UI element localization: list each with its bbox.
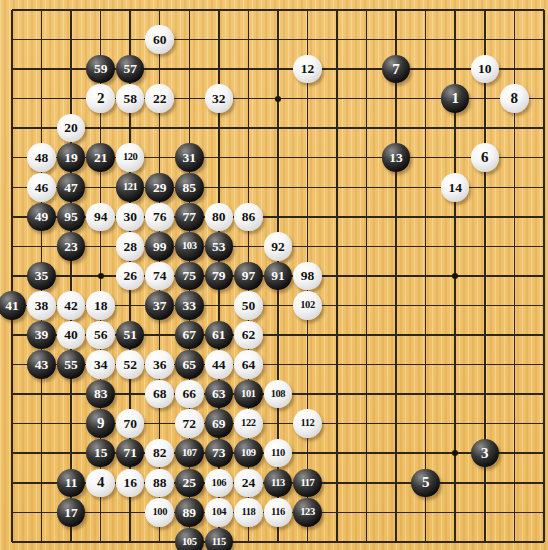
- intersection[interactable]: [529, 350, 548, 380]
- intersection[interactable]: [411, 202, 441, 232]
- intersection[interactable]: [322, 498, 352, 528]
- intersection[interactable]: [411, 0, 441, 25]
- intersection[interactable]: [56, 409, 86, 439]
- intersection[interactable]: [145, 0, 175, 25]
- intersection[interactable]: [322, 261, 352, 291]
- intersection[interactable]: [263, 143, 293, 173]
- intersection[interactable]: [440, 291, 470, 321]
- intersection[interactable]: 97: [234, 261, 264, 291]
- stone-black-71[interactable]: 71: [116, 439, 145, 468]
- stone-black-61[interactable]: 61: [205, 321, 234, 350]
- intersection[interactable]: 66: [175, 379, 205, 409]
- intersection[interactable]: [500, 202, 530, 232]
- intersection[interactable]: [263, 320, 293, 350]
- intersection[interactable]: 13: [381, 143, 411, 173]
- intersection[interactable]: [204, 113, 234, 143]
- stone-white-118[interactable]: 118: [234, 498, 263, 527]
- intersection[interactable]: [293, 202, 323, 232]
- intersection[interactable]: 109: [234, 438, 264, 468]
- stone-white-28[interactable]: 28: [116, 232, 145, 261]
- stone-black-73[interactable]: 73: [205, 439, 234, 468]
- intersection[interactable]: 100: [145, 498, 175, 528]
- intersection[interactable]: [322, 113, 352, 143]
- stone-black-1[interactable]: 1: [441, 84, 470, 113]
- intersection[interactable]: [27, 54, 57, 84]
- intersection[interactable]: [0, 350, 27, 380]
- intersection[interactable]: [27, 232, 57, 262]
- intersection[interactable]: 12: [293, 54, 323, 84]
- intersection[interactable]: [470, 468, 500, 498]
- intersection[interactable]: 42: [56, 291, 86, 321]
- stone-white-80[interactable]: 80: [205, 203, 234, 232]
- intersection[interactable]: [381, 232, 411, 262]
- intersection[interactable]: [27, 0, 57, 25]
- intersection[interactable]: [529, 438, 548, 468]
- stone-white-64[interactable]: 64: [234, 350, 263, 379]
- stone-white-42[interactable]: 42: [57, 291, 86, 320]
- intersection[interactable]: [27, 84, 57, 114]
- stone-white-68[interactable]: 68: [145, 380, 174, 409]
- intersection[interactable]: [322, 84, 352, 114]
- intersection[interactable]: 8: [500, 84, 530, 114]
- intersection[interactable]: 6: [470, 143, 500, 173]
- intersection[interactable]: [352, 527, 382, 550]
- intersection[interactable]: [0, 84, 27, 114]
- intersection[interactable]: [529, 379, 548, 409]
- intersection[interactable]: [440, 468, 470, 498]
- intersection[interactable]: 3: [470, 438, 500, 468]
- intersection[interactable]: [440, 261, 470, 291]
- intersection[interactable]: 104: [204, 498, 234, 528]
- stone-white-26[interactable]: 26: [116, 262, 145, 291]
- intersection[interactable]: [470, 320, 500, 350]
- stone-white-62[interactable]: 62: [234, 321, 263, 350]
- intersection[interactable]: [352, 202, 382, 232]
- stone-black-103[interactable]: 103: [175, 232, 204, 261]
- intersection[interactable]: [411, 409, 441, 439]
- intersection[interactable]: 18: [86, 291, 116, 321]
- intersection[interactable]: [470, 261, 500, 291]
- intersection[interactable]: [381, 320, 411, 350]
- stone-white-110[interactable]: 110: [264, 439, 293, 468]
- intersection[interactable]: [204, 25, 234, 55]
- stone-black-117[interactable]: 117: [293, 469, 322, 498]
- intersection[interactable]: [529, 84, 548, 114]
- intersection[interactable]: [145, 54, 175, 84]
- intersection[interactable]: [470, 379, 500, 409]
- intersection[interactable]: [0, 438, 27, 468]
- stone-black-25[interactable]: 25: [175, 469, 204, 498]
- intersection[interactable]: [145, 113, 175, 143]
- intersection[interactable]: [500, 25, 530, 55]
- intersection[interactable]: 35: [27, 261, 57, 291]
- intersection[interactable]: 58: [115, 84, 145, 114]
- intersection[interactable]: [56, 379, 86, 409]
- intersection[interactable]: [440, 527, 470, 550]
- intersection[interactable]: [352, 0, 382, 25]
- intersection[interactable]: [352, 54, 382, 84]
- stone-black-83[interactable]: 83: [86, 380, 115, 409]
- intersection[interactable]: [381, 498, 411, 528]
- intersection[interactable]: 65: [175, 350, 205, 380]
- intersection[interactable]: [115, 379, 145, 409]
- intersection[interactable]: [56, 438, 86, 468]
- intersection[interactable]: 101: [234, 379, 264, 409]
- intersection[interactable]: 47: [56, 173, 86, 203]
- intersection[interactable]: [470, 84, 500, 114]
- intersection[interactable]: 105: [175, 527, 205, 550]
- intersection[interactable]: [86, 173, 116, 203]
- intersection[interactable]: [293, 232, 323, 262]
- stone-black-123[interactable]: 123: [293, 498, 322, 527]
- intersection[interactable]: [381, 173, 411, 203]
- intersection[interactable]: [175, 54, 205, 84]
- intersection[interactable]: [440, 232, 470, 262]
- stone-white-70[interactable]: 70: [116, 409, 145, 438]
- intersection[interactable]: 63: [204, 379, 234, 409]
- stone-black-7[interactable]: 7: [382, 55, 411, 84]
- intersection[interactable]: [322, 409, 352, 439]
- intersection[interactable]: 31: [175, 143, 205, 173]
- intersection[interactable]: [352, 498, 382, 528]
- intersection[interactable]: 57: [115, 54, 145, 84]
- intersection[interactable]: [86, 498, 116, 528]
- stone-white-94[interactable]: 94: [86, 203, 115, 232]
- intersection[interactable]: [293, 84, 323, 114]
- stone-black-53[interactable]: 53: [205, 232, 234, 261]
- intersection[interactable]: [86, 261, 116, 291]
- intersection[interactable]: [115, 498, 145, 528]
- stone-white-14[interactable]: 14: [441, 173, 470, 202]
- stone-black-51[interactable]: 51: [116, 321, 145, 350]
- intersection[interactable]: 95: [56, 202, 86, 232]
- intersection[interactable]: 110: [263, 438, 293, 468]
- intersection[interactable]: [293, 379, 323, 409]
- intersection[interactable]: [470, 113, 500, 143]
- intersection[interactable]: [234, 527, 264, 550]
- intersection[interactable]: [470, 350, 500, 380]
- intersection[interactable]: [293, 0, 323, 25]
- intersection[interactable]: 26: [115, 261, 145, 291]
- intersection[interactable]: [27, 113, 57, 143]
- intersection[interactable]: [529, 409, 548, 439]
- stone-white-120[interactable]: 120: [116, 143, 145, 172]
- intersection[interactable]: [204, 291, 234, 321]
- intersection[interactable]: 7: [381, 54, 411, 84]
- stone-black-47[interactable]: 47: [57, 173, 86, 202]
- stone-black-11[interactable]: 11: [57, 469, 86, 498]
- stone-black-77[interactable]: 77: [175, 203, 204, 232]
- intersection[interactable]: [56, 527, 86, 550]
- intersection[interactable]: [470, 173, 500, 203]
- stone-black-75[interactable]: 75: [175, 262, 204, 291]
- intersection[interactable]: [86, 232, 116, 262]
- intersection[interactable]: 52: [115, 350, 145, 380]
- intersection[interactable]: 17: [56, 498, 86, 528]
- stone-white-2[interactable]: 2: [86, 84, 115, 113]
- intersection[interactable]: [234, 173, 264, 203]
- stone-white-34[interactable]: 34: [86, 350, 115, 379]
- intersection[interactable]: [86, 527, 116, 550]
- intersection[interactable]: 53: [204, 232, 234, 262]
- intersection[interactable]: 82: [145, 438, 175, 468]
- intersection[interactable]: 55: [56, 350, 86, 380]
- intersection[interactable]: 44: [204, 350, 234, 380]
- stone-white-74[interactable]: 74: [145, 262, 174, 291]
- intersection[interactable]: [529, 0, 548, 25]
- stone-white-98[interactable]: 98: [293, 262, 322, 291]
- intersection[interactable]: [470, 291, 500, 321]
- intersection[interactable]: [381, 84, 411, 114]
- intersection[interactable]: [411, 232, 441, 262]
- stone-black-9[interactable]: 9: [86, 409, 115, 438]
- intersection[interactable]: [411, 143, 441, 173]
- intersection[interactable]: 48: [27, 143, 57, 173]
- intersection[interactable]: [175, 25, 205, 55]
- intersection[interactable]: 2: [86, 84, 116, 114]
- stone-black-105[interactable]: 105: [175, 528, 204, 550]
- intersection[interactable]: 113: [263, 468, 293, 498]
- stone-black-79[interactable]: 79: [205, 262, 234, 291]
- intersection[interactable]: 120: [115, 143, 145, 173]
- stone-white-30[interactable]: 30: [116, 203, 145, 232]
- stone-black-85[interactable]: 85: [175, 173, 204, 202]
- intersection[interactable]: [440, 25, 470, 55]
- stone-black-95[interactable]: 95: [57, 203, 86, 232]
- intersection[interactable]: [500, 261, 530, 291]
- intersection[interactable]: 51: [115, 320, 145, 350]
- intersection[interactable]: 117: [293, 468, 323, 498]
- intersection[interactable]: [500, 468, 530, 498]
- intersection[interactable]: [352, 113, 382, 143]
- intersection[interactable]: [263, 25, 293, 55]
- intersection[interactable]: [293, 438, 323, 468]
- intersection[interactable]: [352, 468, 382, 498]
- intersection[interactable]: [470, 498, 500, 528]
- stone-black-29[interactable]: 29: [145, 173, 174, 202]
- intersection[interactable]: [500, 0, 530, 25]
- intersection[interactable]: 74: [145, 261, 175, 291]
- intersection[interactable]: [234, 143, 264, 173]
- intersection[interactable]: 98: [293, 261, 323, 291]
- intersection[interactable]: [27, 25, 57, 55]
- stone-white-102[interactable]: 102: [293, 291, 322, 320]
- intersection[interactable]: 76: [145, 202, 175, 232]
- stone-black-101[interactable]: 101: [234, 380, 263, 409]
- intersection[interactable]: [352, 291, 382, 321]
- intersection[interactable]: [293, 173, 323, 203]
- stone-black-91[interactable]: 91: [264, 262, 293, 291]
- intersection[interactable]: [440, 143, 470, 173]
- stone-black-97[interactable]: 97: [234, 262, 263, 291]
- intersection[interactable]: 75: [175, 261, 205, 291]
- intersection[interactable]: [263, 291, 293, 321]
- intersection[interactable]: 88: [145, 468, 175, 498]
- intersection[interactable]: [411, 498, 441, 528]
- intersection[interactable]: 16: [115, 468, 145, 498]
- intersection[interactable]: [0, 261, 27, 291]
- intersection[interactable]: [529, 54, 548, 84]
- intersection[interactable]: 69: [204, 409, 234, 439]
- intersection[interactable]: [293, 527, 323, 550]
- stone-black-43[interactable]: 43: [27, 350, 56, 379]
- intersection[interactable]: [470, 25, 500, 55]
- stone-white-56[interactable]: 56: [86, 321, 115, 350]
- intersection[interactable]: 71: [115, 438, 145, 468]
- stone-black-39[interactable]: 39: [27, 321, 56, 350]
- intersection[interactable]: [500, 350, 530, 380]
- intersection[interactable]: 80: [204, 202, 234, 232]
- intersection[interactable]: 122: [234, 409, 264, 439]
- stone-white-48[interactable]: 48: [27, 143, 56, 172]
- stone-white-88[interactable]: 88: [145, 469, 174, 498]
- intersection[interactable]: 123: [293, 498, 323, 528]
- intersection[interactable]: 60: [145, 25, 175, 55]
- intersection[interactable]: [381, 438, 411, 468]
- stone-black-107[interactable]: 107: [175, 439, 204, 468]
- stone-white-10[interactable]: 10: [471, 55, 500, 84]
- intersection[interactable]: [322, 54, 352, 84]
- stone-black-37[interactable]: 37: [145, 291, 174, 320]
- intersection[interactable]: [500, 232, 530, 262]
- intersection[interactable]: 68: [145, 379, 175, 409]
- intersection[interactable]: [381, 379, 411, 409]
- intersection[interactable]: [381, 409, 411, 439]
- stone-white-108[interactable]: 108: [264, 380, 293, 409]
- intersection[interactable]: [86, 0, 116, 25]
- stone-white-60[interactable]: 60: [145, 25, 174, 54]
- intersection[interactable]: 112: [293, 409, 323, 439]
- intersection[interactable]: [529, 498, 548, 528]
- intersection[interactable]: [263, 0, 293, 25]
- stone-white-32[interactable]: 32: [205, 84, 234, 113]
- intersection[interactable]: [500, 320, 530, 350]
- intersection[interactable]: [440, 498, 470, 528]
- intersection[interactable]: [529, 202, 548, 232]
- intersection[interactable]: [56, 84, 86, 114]
- intersection[interactable]: [322, 468, 352, 498]
- intersection[interactable]: [0, 468, 27, 498]
- intersection[interactable]: [352, 409, 382, 439]
- intersection[interactable]: [411, 438, 441, 468]
- intersection[interactable]: [0, 232, 27, 262]
- intersection[interactable]: [440, 0, 470, 25]
- intersection[interactable]: [115, 527, 145, 550]
- intersection[interactable]: 70: [115, 409, 145, 439]
- intersection[interactable]: [500, 113, 530, 143]
- stone-white-72[interactable]: 72: [175, 409, 204, 438]
- stone-white-38[interactable]: 38: [27, 291, 56, 320]
- stone-black-13[interactable]: 13: [382, 143, 411, 172]
- intersection[interactable]: 4: [86, 468, 116, 498]
- intersection[interactable]: 67: [175, 320, 205, 350]
- stone-black-15[interactable]: 15: [86, 439, 115, 468]
- stone-white-22[interactable]: 22: [145, 84, 174, 113]
- intersection[interactable]: 62: [234, 320, 264, 350]
- intersection[interactable]: [381, 25, 411, 55]
- intersection[interactable]: 37: [145, 291, 175, 321]
- stone-black-89[interactable]: 89: [175, 498, 204, 527]
- stone-black-23[interactable]: 23: [57, 232, 86, 261]
- intersection[interactable]: 30: [115, 202, 145, 232]
- intersection[interactable]: 36: [145, 350, 175, 380]
- intersection[interactable]: 11: [56, 468, 86, 498]
- stone-black-21[interactable]: 21: [86, 143, 115, 172]
- intersection[interactable]: [529, 320, 548, 350]
- intersection[interactable]: 85: [175, 173, 205, 203]
- stone-white-66[interactable]: 66: [175, 380, 204, 409]
- stone-white-6[interactable]: 6: [471, 143, 500, 172]
- intersection[interactable]: 20: [56, 113, 86, 143]
- intersection[interactable]: [352, 232, 382, 262]
- intersection[interactable]: [500, 143, 530, 173]
- stone-white-24[interactable]: 24: [234, 469, 263, 498]
- intersection[interactable]: 9: [86, 409, 116, 439]
- intersection[interactable]: [234, 25, 264, 55]
- stone-black-67[interactable]: 67: [175, 321, 204, 350]
- stone-white-44[interactable]: 44: [205, 350, 234, 379]
- intersection[interactable]: [381, 0, 411, 25]
- intersection[interactable]: [204, 173, 234, 203]
- intersection[interactable]: [381, 468, 411, 498]
- intersection[interactable]: [263, 113, 293, 143]
- intersection[interactable]: [293, 113, 323, 143]
- intersection[interactable]: [440, 202, 470, 232]
- intersection[interactable]: 61: [204, 320, 234, 350]
- intersection[interactable]: [529, 291, 548, 321]
- intersection[interactable]: [293, 25, 323, 55]
- stone-black-113[interactable]: 113: [264, 469, 293, 498]
- intersection[interactable]: [411, 527, 441, 550]
- intersection[interactable]: 50: [234, 291, 264, 321]
- intersection[interactable]: [145, 320, 175, 350]
- intersection[interactable]: [470, 409, 500, 439]
- intersection[interactable]: [0, 527, 27, 550]
- intersection[interactable]: 24: [234, 468, 264, 498]
- intersection[interactable]: 102: [293, 291, 323, 321]
- intersection[interactable]: [293, 350, 323, 380]
- intersection[interactable]: [352, 379, 382, 409]
- intersection[interactable]: 41: [0, 291, 27, 321]
- intersection[interactable]: 79: [204, 261, 234, 291]
- intersection[interactable]: [27, 379, 57, 409]
- intersection[interactable]: 32: [204, 84, 234, 114]
- intersection[interactable]: [500, 291, 530, 321]
- intersection[interactable]: [86, 25, 116, 55]
- intersection[interactable]: 15: [86, 438, 116, 468]
- intersection[interactable]: [470, 0, 500, 25]
- intersection[interactable]: 89: [175, 498, 205, 528]
- intersection[interactable]: 46: [27, 173, 57, 203]
- intersection[interactable]: 77: [175, 202, 205, 232]
- intersection[interactable]: [322, 438, 352, 468]
- intersection[interactable]: [322, 379, 352, 409]
- stone-white-52[interactable]: 52: [116, 350, 145, 379]
- stone-black-69[interactable]: 69: [205, 409, 234, 438]
- stone-white-20[interactable]: 20: [57, 114, 86, 143]
- intersection[interactable]: [500, 438, 530, 468]
- intersection[interactable]: [0, 409, 27, 439]
- intersection[interactable]: 92: [263, 232, 293, 262]
- intersection[interactable]: 1: [440, 84, 470, 114]
- intersection[interactable]: [440, 409, 470, 439]
- intersection[interactable]: 28: [115, 232, 145, 262]
- intersection[interactable]: [322, 320, 352, 350]
- intersection[interactable]: [352, 438, 382, 468]
- intersection[interactable]: [411, 379, 441, 409]
- intersection[interactable]: 23: [56, 232, 86, 262]
- intersection[interactable]: [411, 350, 441, 380]
